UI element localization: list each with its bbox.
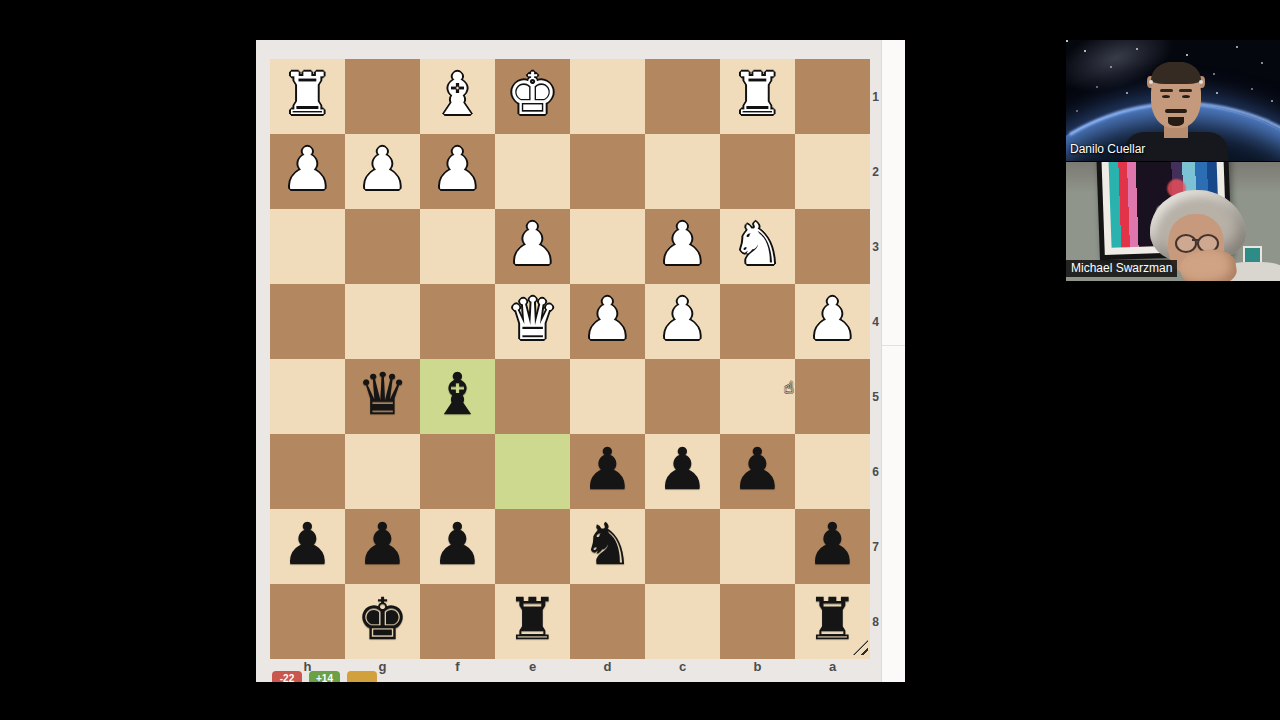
person-goatee (1168, 117, 1184, 126)
square-d3[interactable] (570, 209, 645, 284)
piece-bP-d6[interactable]: ♟ (582, 432, 634, 507)
square-h4[interactable] (270, 284, 345, 359)
square-d5[interactable] (570, 359, 645, 434)
file-label-d: d (570, 657, 645, 675)
file-label-a: a (795, 657, 870, 675)
file-label-f: f (420, 657, 495, 675)
earbud-icon (1149, 80, 1153, 84)
square-e2[interactable] (495, 134, 570, 209)
square-g6[interactable] (345, 434, 420, 509)
piece-bP-c6[interactable]: ♟ (657, 432, 709, 507)
square-g2[interactable]: ♟ (345, 134, 420, 209)
square-h7[interactable]: ♟ (270, 509, 345, 584)
piece-bR-a8[interactable]: ♜ (807, 582, 859, 657)
hand-cursor-icon: ☝ (784, 378, 794, 397)
piece-wP-d4[interactable]: ♟ (582, 282, 634, 357)
square-b4[interactable] (720, 284, 795, 359)
participant-name: Danilo Cuellar (1070, 142, 1145, 156)
square-e1[interactable]: ♚ (495, 59, 570, 134)
square-e5[interactable] (495, 359, 570, 434)
square-e8[interactable]: ♜ (495, 584, 570, 659)
square-c7[interactable] (645, 509, 720, 584)
piece-wB-f1[interactable]: ♝ (432, 57, 484, 132)
glasses-left-lens (1175, 234, 1197, 253)
chess-board[interactable]: ♜♝♚♜♟♟♟♟♟♞♛♟♟♟♛♝♟♟♟♟♟♟♞♟♚♜♜ (270, 59, 870, 659)
square-h1[interactable]: ♜ (270, 59, 345, 134)
square-a3[interactable] (795, 209, 870, 284)
square-f5[interactable]: ♝ (420, 359, 495, 434)
square-f3[interactable] (420, 209, 495, 284)
eval-badges: -22+14 (272, 671, 377, 682)
square-a2[interactable] (795, 134, 870, 209)
piece-wP-c3[interactable]: ♟ (657, 207, 709, 282)
side-panel-divider (882, 345, 905, 346)
star-field (1066, 40, 1068, 42)
piece-wR-b1[interactable]: ♜ (732, 57, 784, 132)
square-d6[interactable]: ♟ (570, 434, 645, 509)
participant-name: Michael Swarzman (1066, 260, 1177, 277)
square-f6[interactable] (420, 434, 495, 509)
person-eyebrows (1160, 89, 1173, 92)
square-e7[interactable] (495, 509, 570, 584)
square-e6[interactable] (495, 434, 570, 509)
square-a5[interactable] (795, 359, 870, 434)
square-a8[interactable]: ♜ (795, 584, 870, 659)
green-badge[interactable]: +14 (309, 671, 340, 682)
red-badge[interactable]: -22 (272, 671, 302, 682)
person-face (1151, 62, 1201, 128)
piece-bP-g7[interactable]: ♟ (357, 507, 409, 582)
square-c4[interactable]: ♟ (645, 284, 720, 359)
file-label-e: e (495, 657, 570, 675)
square-b2[interactable] (720, 134, 795, 209)
square-f1[interactable]: ♝ (420, 59, 495, 134)
square-c3[interactable]: ♟ (645, 209, 720, 284)
square-d4[interactable]: ♟ (570, 284, 645, 359)
square-g3[interactable] (345, 209, 420, 284)
piece-wP-f2[interactable]: ♟ (432, 132, 484, 207)
square-d7[interactable]: ♞ (570, 509, 645, 584)
square-b7[interactable] (720, 509, 795, 584)
piece-bR-e8[interactable]: ♜ (507, 582, 559, 657)
square-a7[interactable]: ♟ (795, 509, 870, 584)
side-panel (881, 40, 905, 682)
square-c1[interactable] (645, 59, 720, 134)
square-g4[interactable] (345, 284, 420, 359)
earbud-icon (1199, 80, 1203, 84)
square-e4[interactable]: ♛ (495, 284, 570, 359)
square-b3[interactable]: ♞ (720, 209, 795, 284)
piece-bN-d7[interactable]: ♞ (582, 507, 634, 582)
square-d2[interactable] (570, 134, 645, 209)
square-g1[interactable] (345, 59, 420, 134)
square-b6[interactable]: ♟ (720, 434, 795, 509)
piece-bQ-g5[interactable]: ♛ (357, 357, 409, 432)
square-g7[interactable]: ♟ (345, 509, 420, 584)
square-c2[interactable] (645, 134, 720, 209)
square-g5[interactable]: ♛ (345, 359, 420, 434)
piece-wP-h2[interactable]: ♟ (282, 132, 334, 207)
piece-bP-f7[interactable]: ♟ (432, 507, 484, 582)
square-c8[interactable] (645, 584, 720, 659)
orange-badge[interactable] (347, 671, 377, 682)
file-label-b: b (720, 657, 795, 675)
piece-bP-a7[interactable]: ♟ (807, 507, 859, 582)
piece-wR-h1[interactable]: ♜ (282, 57, 334, 132)
person-eyes (1162, 95, 1170, 98)
square-f2[interactable]: ♟ (420, 134, 495, 209)
shared-screen: ♜♝♚♜♟♟♟♟♟♞♛♟♟♟♛♝♟♟♟♟♟♟♞♟♚♜♜ 12345678 hgf… (256, 40, 905, 682)
video-tile-michael[interactable]: Michael Swarzman (1066, 162, 1280, 281)
square-d8[interactable] (570, 584, 645, 659)
square-a1[interactable] (795, 59, 870, 134)
file-label-c: c (645, 657, 720, 675)
square-b8[interactable] (720, 584, 795, 659)
piece-wP-g2[interactable]: ♟ (357, 132, 409, 207)
square-a4[interactable]: ♟ (795, 284, 870, 359)
square-f7[interactable]: ♟ (420, 509, 495, 584)
square-h5[interactable] (270, 359, 345, 434)
square-h8[interactable] (270, 584, 345, 659)
square-c5[interactable] (645, 359, 720, 434)
square-g8[interactable]: ♚ (345, 584, 420, 659)
square-h3[interactable] (270, 209, 345, 284)
square-e3[interactable]: ♟ (495, 209, 570, 284)
square-c6[interactable]: ♟ (645, 434, 720, 509)
piece-bP-h7[interactable]: ♟ (282, 507, 334, 582)
square-h6[interactable] (270, 434, 345, 509)
glasses-bridge (1192, 239, 1198, 241)
video-tile-danilo[interactable]: Danilo Cuellar (1066, 40, 1280, 161)
piece-wP-a4[interactable]: ♟ (807, 282, 859, 357)
square-f8[interactable] (420, 584, 495, 659)
piece-wN-b3[interactable]: ♞ (732, 207, 784, 282)
person-mustache (1165, 109, 1187, 113)
piece-wK-e1[interactable]: ♚ (507, 57, 559, 132)
square-h2[interactable]: ♟ (270, 134, 345, 209)
piece-bK-g8[interactable]: ♚ (357, 582, 409, 657)
square-b1[interactable]: ♜ (720, 59, 795, 134)
square-d1[interactable] (570, 59, 645, 134)
piece-wP-c4[interactable]: ♟ (657, 282, 709, 357)
square-a6[interactable] (795, 434, 870, 509)
piece-wQ-e4[interactable]: ♛ (507, 282, 559, 357)
piece-wP-e3[interactable]: ♟ (507, 207, 559, 282)
square-f4[interactable] (420, 284, 495, 359)
piece-bP-b6[interactable]: ♟ (732, 432, 784, 507)
piece-bB-f5[interactable]: ♝ (432, 357, 484, 432)
